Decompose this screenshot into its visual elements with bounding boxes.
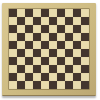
board-square-r6c7[interactable] — [57, 49, 65, 57]
board-square-r6c2[interactable] — [17, 49, 25, 57]
board-square-r1c4[interactable] — [33, 9, 41, 17]
board-square-r1c6[interactable] — [49, 9, 57, 17]
board-square-r4c6[interactable] — [49, 33, 57, 41]
board-square-r6c5[interactable] — [41, 49, 49, 57]
board-square-r2c1[interactable] — [9, 17, 17, 25]
board-square-r5c4[interactable] — [33, 41, 41, 49]
board-square-r10c6[interactable] — [49, 81, 57, 89]
board-square-r5c2[interactable] — [17, 41, 25, 49]
board-square-r10c3[interactable] — [25, 81, 33, 89]
board-square-r8c3[interactable] — [25, 65, 33, 73]
board-square-r7c4[interactable] — [33, 57, 41, 65]
board-square-r3c10[interactable] — [81, 25, 89, 33]
board-square-r6c9[interactable] — [73, 49, 81, 57]
board-grid — [9, 9, 89, 89]
board-square-r7c5[interactable] — [41, 57, 49, 65]
board-square-r1c7[interactable] — [57, 9, 65, 17]
board-square-r5c7[interactable] — [57, 41, 65, 49]
board-square-r1c2[interactable] — [17, 9, 25, 17]
board-square-r7c10[interactable] — [81, 57, 89, 65]
board-square-r2c5[interactable] — [41, 17, 49, 25]
board-square-r4c5[interactable] — [41, 33, 49, 41]
board-square-r5c9[interactable] — [73, 41, 81, 49]
board-square-r8c5[interactable] — [41, 65, 49, 73]
board-square-r2c2[interactable] — [17, 17, 25, 25]
board-square-r5c8[interactable] — [65, 41, 73, 49]
board-square-r9c10[interactable] — [81, 73, 89, 81]
board-square-r4c10[interactable] — [81, 33, 89, 41]
board-square-r4c8[interactable] — [65, 33, 73, 41]
board-square-r3c8[interactable] — [65, 25, 73, 33]
board-square-r10c9[interactable] — [73, 81, 81, 89]
board-square-r7c8[interactable] — [65, 57, 73, 65]
board-square-r5c6[interactable] — [49, 41, 57, 49]
board-square-r3c9[interactable] — [73, 25, 81, 33]
board-square-r8c4[interactable] — [33, 65, 41, 73]
board-square-r9c6[interactable] — [49, 73, 57, 81]
board-square-r1c9[interactable] — [73, 9, 81, 17]
board-square-r1c3[interactable] — [25, 9, 33, 17]
board-square-r8c9[interactable] — [73, 65, 81, 73]
board-square-r8c6[interactable] — [49, 65, 57, 73]
board-square-r6c6[interactable] — [49, 49, 57, 57]
draughts-board — [2, 3, 96, 96]
board-square-r9c7[interactable] — [57, 73, 65, 81]
board-square-r5c10[interactable] — [81, 41, 89, 49]
board-square-r6c4[interactable] — [33, 49, 41, 57]
board-square-r8c7[interactable] — [57, 65, 65, 73]
photo-background — [0, 0, 100, 100]
board-square-r1c5[interactable] — [41, 9, 49, 17]
board-square-r9c1[interactable] — [9, 73, 17, 81]
board-square-r9c4[interactable] — [33, 73, 41, 81]
board-square-r4c4[interactable] — [33, 33, 41, 41]
board-square-r1c10[interactable] — [81, 9, 89, 17]
board-square-r4c3[interactable] — [25, 33, 33, 41]
board-square-r2c3[interactable] — [25, 17, 33, 25]
board-square-r8c1[interactable] — [9, 65, 17, 73]
board-square-r10c2[interactable] — [17, 81, 25, 89]
board-square-r10c10[interactable] — [81, 81, 89, 89]
board-square-r9c5[interactable] — [41, 73, 49, 81]
board-square-r4c9[interactable] — [73, 33, 81, 41]
board-square-r5c1[interactable] — [9, 41, 17, 49]
board-square-r10c1[interactable] — [9, 81, 17, 89]
board-square-r3c1[interactable] — [9, 25, 17, 33]
board-square-r3c4[interactable] — [33, 25, 41, 33]
board-square-r6c3[interactable] — [25, 49, 33, 57]
board-square-r7c7[interactable] — [57, 57, 65, 65]
board-square-r3c5[interactable] — [41, 25, 49, 33]
board-square-r1c1[interactable] — [9, 9, 17, 17]
board-square-r8c10[interactable] — [81, 65, 89, 73]
board-square-r9c2[interactable] — [17, 73, 25, 81]
board-square-r9c9[interactable] — [73, 73, 81, 81]
board-square-r8c2[interactable] — [17, 65, 25, 73]
board-square-r3c6[interactable] — [49, 25, 57, 33]
board-square-r2c10[interactable] — [81, 17, 89, 25]
board-square-r7c2[interactable] — [17, 57, 25, 65]
board-square-r7c6[interactable] — [49, 57, 57, 65]
board-square-r9c3[interactable] — [25, 73, 33, 81]
board-square-r10c8[interactable] — [65, 81, 73, 89]
board-square-r2c4[interactable] — [33, 17, 41, 25]
board-square-r5c3[interactable] — [25, 41, 33, 49]
board-square-r3c2[interactable] — [17, 25, 25, 33]
board-square-r5c5[interactable] — [41, 41, 49, 49]
board-square-r7c9[interactable] — [73, 57, 81, 65]
board-square-r8c8[interactable] — [65, 65, 73, 73]
board-square-r9c8[interactable] — [65, 73, 73, 81]
board-square-r2c7[interactable] — [57, 17, 65, 25]
board-square-r7c3[interactable] — [25, 57, 33, 65]
board-square-r10c4[interactable] — [33, 81, 41, 89]
board-square-r2c6[interactable] — [49, 17, 57, 25]
board-square-r3c7[interactable] — [57, 25, 65, 33]
board-square-r2c9[interactable] — [73, 17, 81, 25]
board-square-r4c1[interactable] — [9, 33, 17, 41]
board-square-r10c7[interactable] — [57, 81, 65, 89]
board-square-r6c10[interactable] — [81, 49, 89, 57]
board-square-r10c5[interactable] — [41, 81, 49, 89]
board-square-r4c2[interactable] — [17, 33, 25, 41]
board-square-r6c8[interactable] — [65, 49, 73, 57]
board-square-r3c3[interactable] — [25, 25, 33, 33]
board-square-r4c7[interactable] — [57, 33, 65, 41]
board-square-r7c1[interactable] — [9, 57, 17, 65]
board-square-r6c1[interactable] — [9, 49, 17, 57]
board-square-r2c8[interactable] — [65, 17, 73, 25]
board-square-r1c8[interactable] — [65, 9, 73, 17]
